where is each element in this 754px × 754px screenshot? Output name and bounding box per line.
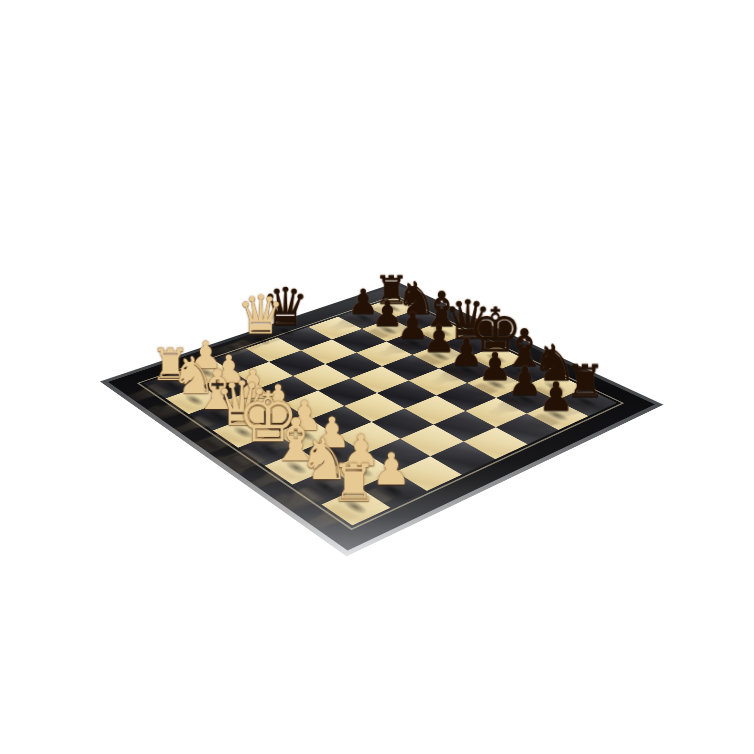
chess-board: ♜♞♝♛♚♝♞♜♟♟♟♟♟♟♟♟♟♟♟♟♟♟♟♟♜♞♝♛♚♝♞♜♛♛ ♜♞♝♛♚… (100, 282, 664, 557)
chess-set-photo: ♜♞♝♛♚♝♞♜♟♟♟♟♟♟♟♟♟♟♟♟♟♟♟♟♜♞♝♛♚♝♞♜♛♛ ♜♞♝♛♚… (0, 0, 754, 754)
piece-glyph: ♟ (494, 378, 618, 415)
piece-glyph: ♜ (284, 459, 424, 507)
